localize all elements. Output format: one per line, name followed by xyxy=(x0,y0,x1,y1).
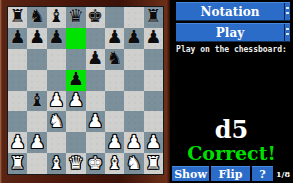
piece-white-bishop[interactable]: ♝ xyxy=(48,154,64,172)
bottom-toolbar: Show Flip ? 1/8 xyxy=(170,166,293,183)
square-d8[interactable]: ♛ xyxy=(66,7,85,28)
piece-white-pawn[interactable]: ♟ xyxy=(106,133,122,151)
square-c7[interactable]: ♟ xyxy=(47,28,66,49)
square-b1[interactable] xyxy=(27,153,46,174)
square-h1[interactable]: ♜ xyxy=(144,153,163,174)
piece-white-pawn[interactable]: ♟ xyxy=(87,112,103,130)
square-e7[interactable] xyxy=(86,28,105,49)
square-f2[interactable]: ♟ xyxy=(105,132,124,153)
feedback-text: Correct! xyxy=(170,144,293,163)
square-f4[interactable] xyxy=(105,91,124,112)
square-b6[interactable] xyxy=(27,49,46,70)
square-a6[interactable] xyxy=(8,49,27,70)
progress-counter: 1/8 xyxy=(275,166,291,181)
square-a1[interactable]: ♜ xyxy=(8,153,27,174)
square-c5[interactable] xyxy=(47,70,66,91)
square-g6[interactable] xyxy=(124,49,143,70)
piece-white-king[interactable]: ♚ xyxy=(87,154,103,172)
square-a7[interactable]: ♟ xyxy=(8,28,27,49)
piece-black-rook[interactable]: ♜ xyxy=(145,7,161,25)
square-d4[interactable]: ♟ xyxy=(66,91,85,112)
piece-black-bishop[interactable]: ♝ xyxy=(48,7,64,25)
square-c8[interactable]: ♝ xyxy=(47,7,66,28)
square-f7[interactable]: ♟ xyxy=(105,28,124,49)
square-d5[interactable]: ♟ xyxy=(66,70,85,91)
app-window: ♜♞♝♛♚♜♟♟♟♟♟♟♟♞♟♝♟♟♞♟♟♟♟♟♟♜♝♛♚♝♞♜ Notatio… xyxy=(0,0,293,183)
piece-black-pawn[interactable]: ♟ xyxy=(68,70,84,88)
square-g2[interactable]: ♟ xyxy=(124,132,143,153)
square-a2[interactable]: ♟ xyxy=(8,132,27,153)
square-a4[interactable] xyxy=(8,91,27,112)
square-e6[interactable]: ♟ xyxy=(86,49,105,70)
piece-white-knight[interactable]: ♞ xyxy=(48,112,64,130)
square-a8[interactable]: ♜ xyxy=(8,7,27,28)
piece-white-bishop[interactable]: ♝ xyxy=(106,154,122,172)
square-f6[interactable]: ♞ xyxy=(105,49,124,70)
square-h7[interactable]: ♟ xyxy=(144,28,163,49)
piece-white-rook[interactable]: ♜ xyxy=(145,154,161,172)
square-g3[interactable] xyxy=(124,111,143,132)
instruction-text: Play on the chessboard: xyxy=(170,45,293,54)
square-h5[interactable] xyxy=(144,70,163,91)
piece-black-queen[interactable]: ♛ xyxy=(68,7,84,25)
square-d6[interactable] xyxy=(66,49,85,70)
piece-white-pawn[interactable]: ♟ xyxy=(48,91,64,109)
piece-white-pawn[interactable]: ♟ xyxy=(29,133,45,151)
square-h6[interactable] xyxy=(144,49,163,70)
square-f8[interactable] xyxy=(105,7,124,28)
square-h2[interactable]: ♟ xyxy=(144,132,163,153)
play-button[interactable]: Play xyxy=(176,23,290,42)
piece-black-pawn[interactable]: ♟ xyxy=(126,28,142,46)
piece-white-pawn[interactable]: ♟ xyxy=(145,133,161,151)
piece-black-pawn[interactable]: ♟ xyxy=(29,28,45,46)
piece-black-knight[interactable]: ♞ xyxy=(106,49,122,67)
square-e2[interactable] xyxy=(86,132,105,153)
play-scrollbar-grip[interactable] xyxy=(284,24,290,41)
square-f5[interactable] xyxy=(105,70,124,91)
square-c4[interactable]: ♟ xyxy=(47,91,66,112)
flip-button[interactable]: Flip xyxy=(211,166,250,181)
square-f1[interactable]: ♝ xyxy=(105,153,124,174)
piece-black-pawn[interactable]: ♟ xyxy=(145,28,161,46)
square-h4[interactable] xyxy=(144,91,163,112)
square-d1[interactable]: ♛ xyxy=(66,153,85,174)
piece-white-queen[interactable]: ♛ xyxy=(68,154,84,172)
move-answer-text: d5 xyxy=(170,118,293,142)
piece-white-rook[interactable]: ♜ xyxy=(10,154,26,172)
square-f3[interactable] xyxy=(105,111,124,132)
square-c1[interactable]: ♝ xyxy=(47,153,66,174)
panel-spacer xyxy=(170,54,293,118)
piece-black-rook[interactable]: ♜ xyxy=(10,7,26,25)
square-e1[interactable]: ♚ xyxy=(86,153,105,174)
piece-white-pawn[interactable]: ♟ xyxy=(10,133,26,151)
piece-black-knight[interactable]: ♞ xyxy=(29,7,45,25)
square-b8[interactable]: ♞ xyxy=(27,7,46,28)
square-g5[interactable] xyxy=(124,70,143,91)
square-e4[interactable] xyxy=(86,91,105,112)
help-button[interactable]: ? xyxy=(252,166,273,181)
square-e3[interactable]: ♟ xyxy=(86,111,105,132)
square-c6[interactable] xyxy=(47,49,66,70)
notation-button[interactable]: Notation xyxy=(176,2,290,21)
square-b3[interactable] xyxy=(27,111,46,132)
square-h3[interactable] xyxy=(144,111,163,132)
play-button-label: Play xyxy=(176,27,284,39)
piece-black-pawn[interactable]: ♟ xyxy=(10,28,26,46)
piece-black-pawn[interactable]: ♟ xyxy=(87,49,103,67)
square-b7[interactable]: ♟ xyxy=(27,28,46,49)
notation-scrollbar-grip[interactable] xyxy=(284,3,290,20)
square-b2[interactable]: ♟ xyxy=(27,132,46,153)
show-button[interactable]: Show xyxy=(172,166,209,181)
square-b5[interactable] xyxy=(27,70,46,91)
square-c2[interactable] xyxy=(47,132,66,153)
square-d2[interactable] xyxy=(66,132,85,153)
piece-black-bishop[interactable]: ♝ xyxy=(29,91,45,109)
square-b4[interactable]: ♝ xyxy=(27,91,46,112)
square-g1[interactable]: ♞ xyxy=(124,153,143,174)
chess-board-frame: ♜♞♝♛♚♜♟♟♟♟♟♟♟♞♟♝♟♟♞♟♟♟♟♟♟♜♝♛♚♝♞♜ xyxy=(0,0,170,183)
square-a5[interactable] xyxy=(8,70,27,91)
piece-black-pawn[interactable]: ♟ xyxy=(106,28,122,46)
square-g7[interactable]: ♟ xyxy=(124,28,143,49)
piece-white-pawn[interactable]: ♟ xyxy=(126,133,142,151)
square-e5[interactable] xyxy=(86,70,105,91)
piece-black-pawn[interactable]: ♟ xyxy=(48,28,64,46)
notation-button-label: Notation xyxy=(176,6,284,18)
chess-board[interactable]: ♜♞♝♛♚♜♟♟♟♟♟♟♟♞♟♝♟♟♞♟♟♟♟♟♟♜♝♛♚♝♞♜ xyxy=(7,6,164,175)
square-g4[interactable] xyxy=(124,91,143,112)
square-e8[interactable]: ♚ xyxy=(86,7,105,28)
square-h8[interactable]: ♜ xyxy=(144,7,163,28)
piece-black-king[interactable]: ♚ xyxy=(87,7,103,25)
side-panel: Notation Play Play on the chessboard: d5… xyxy=(170,0,293,183)
square-g8[interactable] xyxy=(124,7,143,28)
square-c3[interactable]: ♞ xyxy=(47,111,66,132)
square-a3[interactable] xyxy=(8,111,27,132)
square-d7[interactable] xyxy=(66,28,85,49)
piece-white-knight[interactable]: ♞ xyxy=(126,154,142,172)
piece-white-pawn[interactable]: ♟ xyxy=(68,91,84,109)
square-d3[interactable] xyxy=(66,111,85,132)
